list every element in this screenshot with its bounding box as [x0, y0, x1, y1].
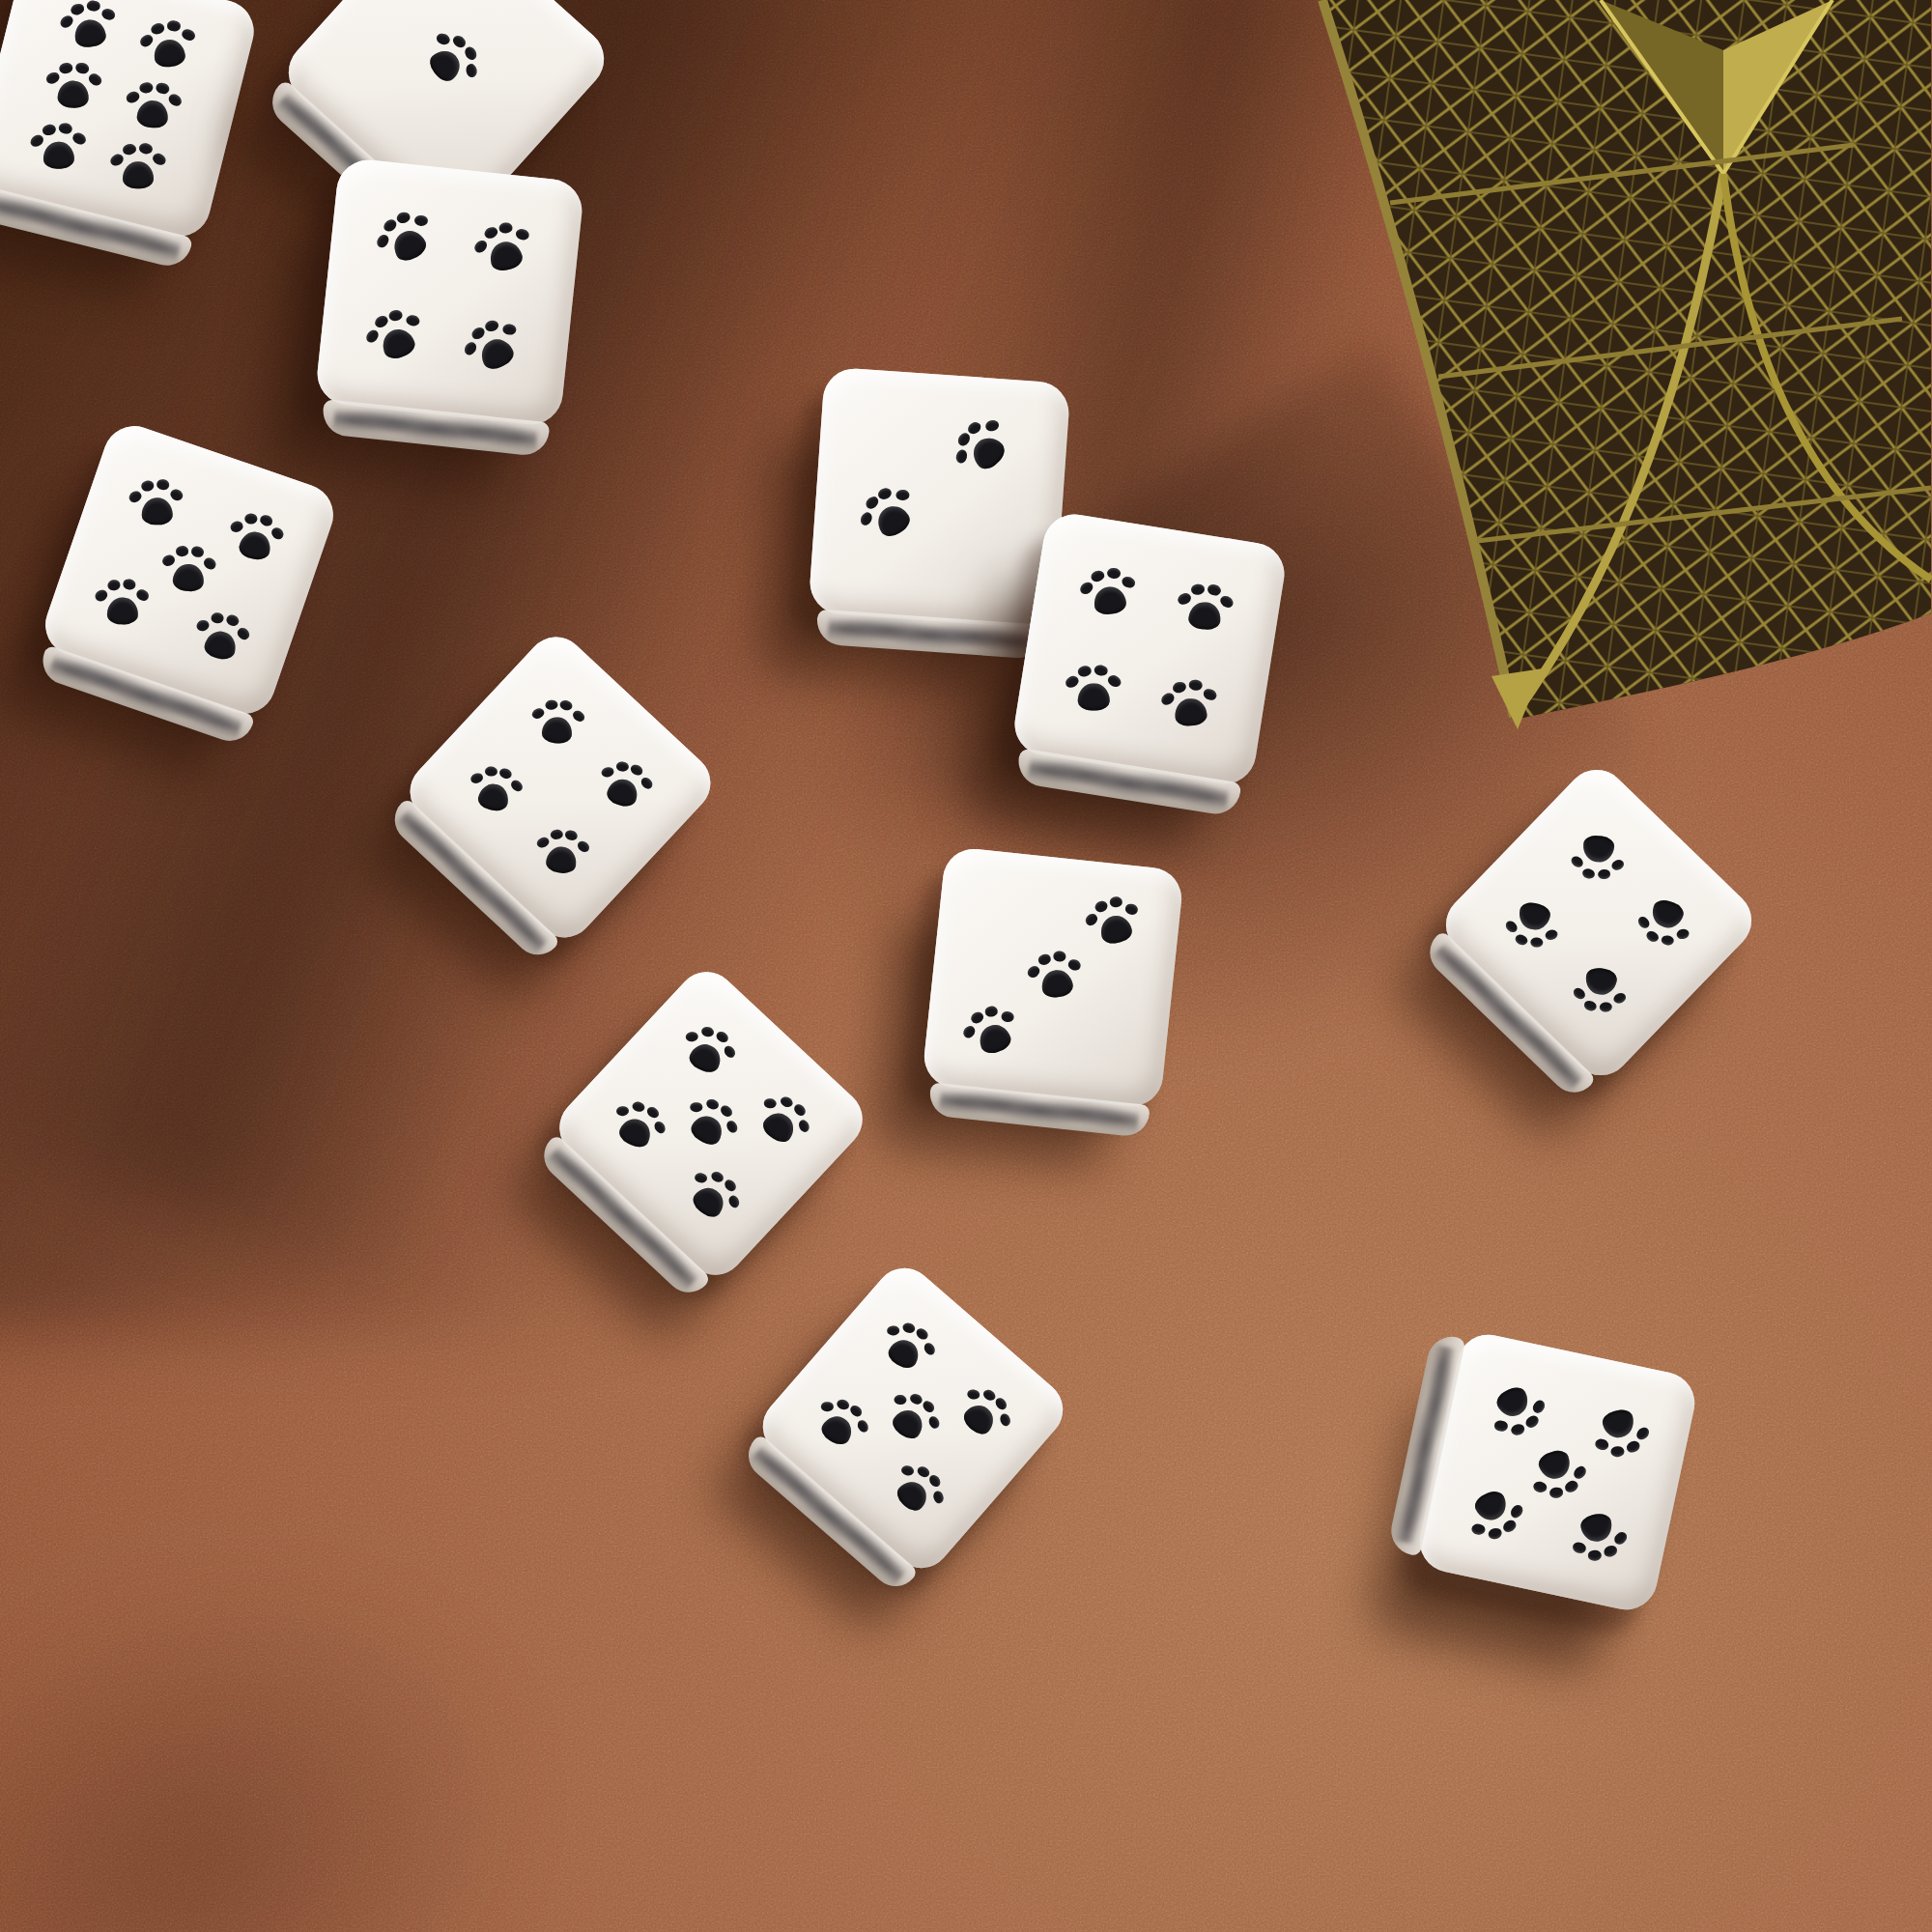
paw-toe [1065, 674, 1081, 690]
paw-toe [1599, 1002, 1612, 1012]
die-side-face [1015, 749, 1242, 817]
paw-toe [1609, 859, 1625, 873]
paw-print-pip [412, 22, 489, 99]
paw-toe [779, 1094, 794, 1109]
paw-toe [1488, 1526, 1503, 1539]
paw-pad [123, 161, 155, 188]
paw-toe [229, 519, 244, 532]
paw-toe [484, 319, 499, 332]
die-side-face [534, 1133, 712, 1302]
paw-pad [106, 596, 138, 623]
paw-pad [966, 431, 1009, 473]
paw-pad [545, 845, 578, 874]
paw-toe [639, 775, 654, 790]
paw-toe [123, 143, 137, 156]
paw-toe [764, 1098, 778, 1109]
paw-toe [1501, 1519, 1518, 1534]
paw-toe [1634, 1425, 1651, 1441]
paw-print-pip [1570, 959, 1629, 1018]
die-side-face [321, 399, 550, 457]
paw-pad [43, 141, 76, 169]
paw-toe [718, 1103, 734, 1119]
paw-toe [1533, 1481, 1548, 1493]
paw-print-pip [957, 997, 1027, 1066]
paw-toe [87, 71, 103, 87]
paw-toe [954, 448, 968, 464]
paw-toe [236, 625, 252, 641]
paw-toe [966, 1389, 980, 1401]
paw-toe [900, 1464, 915, 1477]
paw-print-pip [873, 1312, 943, 1381]
paw-pad [486, 238, 525, 272]
paw-toe [1544, 928, 1559, 942]
paw-toe [469, 325, 486, 341]
paw-print-pip [45, 58, 102, 115]
paw-pad [476, 333, 517, 372]
paw-toe [791, 1102, 807, 1118]
paw-toe [1603, 1544, 1619, 1558]
paw-toe [1523, 1413, 1540, 1430]
paw-toe [126, 90, 142, 104]
paw-toe [482, 225, 498, 241]
paw-toe [859, 510, 874, 526]
paw-print-pip [95, 575, 150, 630]
paw-toe [1110, 896, 1123, 907]
paw-toe [1091, 569, 1106, 582]
paw-pad [871, 500, 913, 541]
dice-layer [0, 0, 1932, 1932]
paw-toe [1661, 935, 1674, 947]
paw-toe [863, 495, 879, 511]
paw-toe [926, 1415, 941, 1431]
paw-print-pip [225, 505, 288, 568]
paw-toe [1218, 594, 1235, 611]
paw-toe [123, 578, 137, 590]
die-F-showing-2 [808, 366, 1070, 629]
paw-pad [153, 38, 187, 69]
paw-toe [381, 216, 398, 233]
paw-print-pip [534, 823, 592, 881]
paw-toe [1645, 929, 1661, 944]
paw-print-pip [368, 200, 442, 274]
paw-toe [1595, 1437, 1610, 1451]
paw-toe [1572, 1463, 1588, 1480]
paw-toe [629, 762, 644, 777]
paw-toe [914, 1326, 929, 1342]
paw-toe [1472, 1523, 1487, 1535]
paw-print-pip [674, 1017, 743, 1086]
die-D-showing-5 [37, 417, 341, 722]
paw-toe [922, 1341, 936, 1356]
paw-toe [894, 1395, 907, 1406]
paw-toe [1160, 692, 1177, 708]
paw-toe [981, 1387, 997, 1402]
paw-print-pip [677, 1159, 751, 1233]
paw-toe [472, 238, 489, 254]
paw-pad [1600, 1406, 1636, 1440]
paw-print-pip [1066, 663, 1122, 718]
paw-print-pip [807, 1388, 877, 1459]
paw-toe [700, 1026, 715, 1038]
paw-print-pip [139, 15, 200, 76]
paw-toe [74, 62, 90, 75]
paw-print-pip [359, 300, 431, 372]
paw-toe [1094, 665, 1108, 677]
paw-toe [1124, 902, 1140, 916]
paw-toe [1066, 957, 1082, 972]
paw-toe [388, 309, 403, 322]
paw-toe [405, 314, 419, 327]
paw-pad [1535, 1447, 1574, 1483]
paw-toe [514, 227, 529, 241]
paw-pad [1039, 967, 1074, 998]
paw-print-pip [189, 605, 254, 669]
paw-toe [1121, 575, 1137, 589]
paw-print-pip [943, 407, 1021, 485]
paw-pad [818, 1410, 857, 1448]
paw-toe [225, 613, 241, 628]
paw-toe [727, 1193, 741, 1208]
paw-toe [1037, 952, 1052, 965]
paw-toe [1581, 867, 1597, 881]
photo-scene-dice-on-suede [0, 0, 1932, 1932]
die-G-showing-4 [1010, 510, 1289, 788]
paw-toe [545, 698, 558, 709]
paw-toe [855, 1418, 869, 1434]
paw-pad [1174, 697, 1207, 727]
paw-toe [1612, 1530, 1629, 1547]
paw-print-pip [850, 475, 926, 552]
paw-toe [1569, 855, 1585, 870]
paw-toe [1494, 1420, 1508, 1432]
paw-toe [71, 130, 88, 146]
paw-toe [176, 546, 189, 557]
paw-toe [469, 772, 484, 785]
die-J-showing-4 [1434, 757, 1764, 1088]
paw-pad [141, 497, 173, 524]
paw-pad [889, 1405, 928, 1443]
paw-toe [155, 82, 170, 96]
paw-toe [691, 1102, 703, 1112]
die-C-showing-4 [314, 156, 584, 427]
die-side-face [0, 184, 193, 270]
paw-toe [1084, 911, 1100, 927]
paw-print-pip [593, 753, 658, 817]
paw-toe [616, 1105, 630, 1116]
die-H-showing-3 [922, 846, 1185, 1110]
paw-toe [169, 487, 185, 502]
paw-pad [388, 225, 430, 265]
paw-toe [1598, 869, 1611, 880]
paw-print-pip [604, 1092, 673, 1161]
paw-toe [508, 778, 524, 793]
paw-toe [916, 1463, 931, 1478]
paw-pad [894, 1475, 933, 1515]
paw-toe [29, 133, 45, 149]
paw-print-pip [948, 1377, 1020, 1449]
paw-pad [759, 1108, 799, 1147]
paw-print-pip [58, 0, 120, 57]
paw-toe [1188, 679, 1203, 691]
paw-toe [139, 33, 156, 49]
paw-toe [1191, 583, 1206, 595]
paw-toe [615, 760, 629, 771]
paw-toe [550, 829, 563, 839]
paw-toe [1177, 592, 1193, 608]
paw-toe [653, 1119, 668, 1134]
paw-toe [644, 1105, 661, 1121]
paw-pad [72, 17, 108, 49]
paw-toe [686, 1032, 699, 1043]
die-I-showing-5 [547, 959, 874, 1287]
paw-toe [1509, 1503, 1525, 1520]
paw-pad [1078, 684, 1110, 711]
die-side-face [1386, 1332, 1465, 1556]
paw-pad [136, 99, 170, 129]
paw-toe [138, 142, 153, 155]
paw-toe [876, 486, 893, 500]
paw-pad [1187, 601, 1221, 631]
paw-toe [270, 525, 286, 541]
paw-toe [465, 63, 477, 77]
paw-toe [722, 1178, 737, 1193]
die-side-face [927, 1082, 1151, 1138]
paw-print-pip [530, 695, 586, 751]
paw-print-pip [31, 120, 87, 176]
paw-toe [714, 1030, 729, 1045]
paw-print-pip [881, 1453, 954, 1526]
paw-toe [887, 1326, 899, 1337]
paw-toe [1588, 1549, 1602, 1560]
paw-toe [135, 587, 152, 603]
paw-pad [172, 562, 206, 592]
paw-toe [570, 708, 585, 724]
paw-toe [531, 706, 547, 721]
paw-pad [689, 1181, 728, 1220]
paw-toe [58, 123, 72, 135]
paw-toe [848, 1404, 864, 1419]
paw-toe [1094, 898, 1110, 913]
paw-toe [1078, 665, 1093, 677]
paw-print-pip [1587, 1399, 1653, 1464]
paw-pad [476, 781, 511, 812]
paw-toe [954, 431, 971, 448]
paw-print-pip [456, 309, 529, 383]
paw-toe [202, 555, 218, 571]
paw-pad [1097, 912, 1134, 945]
paw-print-pip [1459, 1477, 1530, 1548]
paw-print-pip [1522, 1437, 1591, 1506]
paw-toe [87, 1, 100, 12]
paw-toe [901, 1321, 916, 1333]
paw-toe [497, 767, 513, 781]
paw-print-pip [1632, 888, 1698, 954]
paw-toe [1514, 933, 1529, 948]
paw-toe [151, 21, 166, 35]
paw-toe [536, 836, 552, 849]
paw-print-pip [125, 77, 184, 136]
paw-print-pip [1480, 1373, 1552, 1445]
paw-toe [970, 1009, 986, 1025]
paw-toe [724, 1119, 739, 1134]
paw-pad [605, 775, 641, 809]
die-side-face [384, 797, 561, 965]
paw-toe [435, 33, 450, 47]
paw-toe [993, 1396, 1009, 1411]
paw-pad [616, 1115, 655, 1151]
paw-toe [695, 1172, 708, 1183]
paw-toe [59, 62, 73, 73]
paw-print-pip [1501, 893, 1564, 955]
paw-toe [70, 2, 85, 16]
paw-toe [1202, 687, 1218, 702]
paw-toe [190, 546, 206, 559]
paw-pad [975, 1020, 1013, 1056]
paw-pad [1578, 1511, 1615, 1544]
paw-toe [1106, 673, 1122, 689]
paw-toe [1511, 1423, 1526, 1436]
paw-toe [45, 71, 62, 86]
paw-print-pip [159, 540, 218, 599]
paw-toe [100, 7, 116, 21]
paw-toe [259, 513, 274, 527]
paw-toe [1107, 568, 1121, 580]
paw-toe [1583, 999, 1599, 1012]
paw-toe [167, 20, 181, 32]
paw-print-pip [877, 1382, 950, 1455]
paw-print-pip [747, 1085, 819, 1157]
paw-toe [501, 324, 516, 335]
paw-toe [413, 214, 427, 226]
paw-toe [364, 327, 381, 345]
paw-pad [1517, 900, 1552, 933]
paw-toe [156, 478, 171, 491]
paw-pad [687, 1040, 724, 1076]
paw-pad [378, 325, 417, 361]
paw-pad [237, 528, 272, 561]
paw-toe [244, 513, 257, 524]
paw-toe [151, 152, 167, 167]
paw-toe [559, 698, 574, 711]
paw-print-pip [111, 140, 165, 194]
paw-toe [43, 124, 58, 136]
paw-toe [372, 313, 388, 328]
paw-pad [541, 715, 573, 743]
paw-toe [59, 14, 75, 30]
die-L-showing-5 [1414, 1329, 1701, 1616]
paw-toe [1572, 1541, 1587, 1554]
die-side-face [815, 609, 1044, 659]
paw-print-pip [675, 1088, 747, 1159]
paw-pad [885, 1335, 923, 1372]
paw-toe [985, 1006, 1000, 1018]
paw-toe [395, 211, 411, 224]
paw-toe [1549, 1486, 1564, 1497]
paw-toe [1635, 915, 1651, 931]
paw-toe [462, 340, 478, 357]
paw-toe [109, 153, 126, 168]
paw-toe [1026, 963, 1042, 980]
paw-print-pip [465, 759, 526, 821]
paw-pad [425, 44, 467, 86]
paw-toe [211, 612, 224, 623]
paw-toe [1571, 986, 1587, 1002]
paw-toe [632, 1100, 646, 1113]
paw-print-pip [129, 475, 185, 530]
paw-toe [983, 418, 999, 432]
paw-toe [927, 1473, 943, 1489]
paw-toe [710, 1170, 725, 1184]
paw-toe [462, 45, 477, 62]
paw-print-pip [1176, 579, 1235, 638]
paw-toe [107, 579, 122, 591]
paw-pad [688, 1111, 727, 1149]
paw-toe [895, 490, 908, 500]
paw-pad [960, 1399, 1000, 1437]
paw-toe [1625, 1439, 1641, 1454]
die-side-face [1420, 929, 1598, 1102]
paw-pad [1649, 897, 1686, 932]
paw-pad [1492, 1383, 1533, 1422]
paw-pad [1093, 585, 1127, 616]
paw-print-pip [1025, 945, 1086, 1006]
paw-toe [140, 82, 155, 94]
paw-toe [1053, 951, 1066, 961]
die-side-face [739, 1433, 920, 1596]
paw-toe [575, 839, 590, 855]
paw-toe [1530, 1398, 1546, 1414]
paw-pad [1471, 1488, 1511, 1525]
paw-toe [723, 1043, 738, 1060]
paw-pad [202, 628, 239, 661]
paw-toe [564, 829, 579, 842]
paw-toe [965, 419, 981, 436]
paw-toe [195, 618, 211, 632]
paw-pad [1581, 835, 1614, 864]
paw-toe [181, 27, 197, 42]
paw-toe [705, 1097, 721, 1111]
paw-toe [931, 1490, 945, 1504]
paw-toe [601, 766, 615, 779]
paw-toe [1611, 1446, 1625, 1457]
paw-toe [921, 1400, 936, 1415]
paw-toe [1503, 920, 1520, 935]
paw-print-pip [1566, 1503, 1631, 1568]
paw-toe [836, 1397, 850, 1410]
paw-toe [451, 34, 468, 50]
paw-toe [140, 479, 155, 492]
paw-print-pip [1082, 889, 1147, 953]
paw-print-pip [469, 213, 537, 281]
paw-pad [57, 80, 90, 109]
paw-toe [498, 222, 512, 234]
paw-toe [908, 1392, 923, 1406]
paw-toe [1675, 928, 1690, 941]
paw-toe [797, 1118, 811, 1133]
paw-toe [998, 1412, 1011, 1428]
paw-toe [1172, 680, 1187, 694]
paw-toe [1001, 1010, 1015, 1023]
paw-toe [1079, 581, 1095, 597]
paw-toe [821, 1402, 834, 1411]
paw-print-pip [1079, 563, 1140, 624]
paw-toe [1207, 583, 1222, 597]
paw-print-pip [1160, 675, 1219, 734]
paw-toe [94, 587, 110, 603]
paw-toe [1530, 938, 1543, 949]
die-K-showing-5 [751, 1256, 1075, 1580]
paw-toe [167, 92, 184, 107]
